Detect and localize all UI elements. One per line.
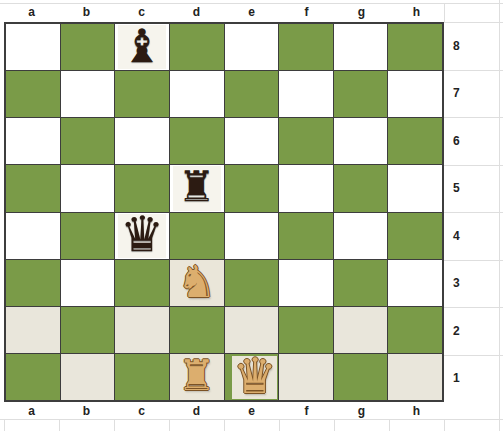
gridline xyxy=(444,3,445,22)
file-label-d: d xyxy=(169,403,224,419)
square-a7[interactable] xyxy=(6,71,60,117)
file-label-a: a xyxy=(4,3,59,21)
square-g1[interactable] xyxy=(334,354,388,400)
black-queen-icon: ♛ xyxy=(120,210,164,259)
spreadsheet-chess-diagram: abcdefgh ♝♜♛♞♜♛ 87654321 abcdefgh xyxy=(0,0,503,431)
square-d4[interactable] xyxy=(170,213,224,259)
square-g2[interactable] xyxy=(334,307,388,353)
white-knight-icon: ♞ xyxy=(177,260,216,304)
black-rook-icon: ♜ xyxy=(178,166,216,208)
rank-label-4: 4 xyxy=(444,212,503,260)
file-label-g: g xyxy=(334,3,389,21)
white-queen-icon: ♛ xyxy=(233,352,277,401)
square-h2[interactable] xyxy=(388,307,442,353)
square-h3[interactable] xyxy=(388,260,442,306)
square-d7[interactable] xyxy=(170,71,224,117)
square-e8[interactable] xyxy=(225,24,279,70)
square-f1[interactable] xyxy=(279,354,333,400)
gridline xyxy=(114,419,115,431)
square-f8[interactable] xyxy=(279,24,333,70)
piece-black-queen-c4[interactable]: ♛ xyxy=(118,214,166,258)
gridline xyxy=(334,419,335,431)
square-c6[interactable] xyxy=(115,118,169,164)
square-d3[interactable]: ♞ xyxy=(170,260,224,306)
gridline xyxy=(4,419,5,431)
gridline xyxy=(169,419,170,431)
white-rook-icon: ♜ xyxy=(178,355,216,397)
piece-black-rook-d5[interactable]: ♜ xyxy=(173,166,221,210)
gridline xyxy=(59,419,60,431)
square-b7[interactable] xyxy=(61,71,115,117)
square-f4[interactable] xyxy=(279,213,333,259)
square-d6[interactable] xyxy=(170,118,224,164)
square-e6[interactable] xyxy=(225,118,279,164)
square-e2[interactable] xyxy=(225,307,279,353)
piece-white-knight-d3[interactable]: ♞ xyxy=(170,260,224,306)
square-b4[interactable] xyxy=(61,213,115,259)
rank-label-2: 2 xyxy=(444,307,503,355)
square-b2[interactable] xyxy=(61,307,115,353)
square-h1[interactable] xyxy=(388,354,442,400)
square-d2[interactable] xyxy=(170,307,224,353)
rank-label-5: 5 xyxy=(444,165,503,213)
gridline xyxy=(224,419,225,431)
square-a8[interactable] xyxy=(6,24,60,70)
square-g8[interactable] xyxy=(334,24,388,70)
gridline xyxy=(0,419,503,420)
square-e3[interactable] xyxy=(225,260,279,306)
square-h8[interactable] xyxy=(388,24,442,70)
file-label-b: b xyxy=(59,403,114,419)
square-b5[interactable] xyxy=(61,165,115,211)
file-label-e: e xyxy=(224,403,279,419)
square-a1[interactable] xyxy=(6,354,60,400)
file-label-c: c xyxy=(114,403,169,419)
gridline xyxy=(279,419,280,431)
square-h5[interactable] xyxy=(388,165,442,211)
file-label-d: d xyxy=(169,3,224,21)
rank-label-6: 6 xyxy=(444,117,503,165)
square-e1[interactable]: ♛ xyxy=(225,354,279,400)
rank-label-3: 3 xyxy=(444,260,503,308)
square-f5[interactable] xyxy=(279,165,333,211)
square-c8[interactable]: ♝ xyxy=(115,24,169,70)
square-a3[interactable] xyxy=(6,260,60,306)
file-label-b: b xyxy=(59,3,114,21)
square-h7[interactable] xyxy=(388,71,442,117)
square-g3[interactable] xyxy=(334,260,388,306)
square-b3[interactable] xyxy=(61,260,115,306)
square-e7[interactable] xyxy=(225,71,279,117)
square-b1[interactable] xyxy=(61,354,115,400)
file-label-f: f xyxy=(279,403,334,419)
square-g6[interactable] xyxy=(334,118,388,164)
square-e4[interactable] xyxy=(225,213,279,259)
square-e5[interactable] xyxy=(225,165,279,211)
square-c2[interactable] xyxy=(115,307,169,353)
square-d8[interactable] xyxy=(170,24,224,70)
square-c7[interactable] xyxy=(115,71,169,117)
rank-label-1: 1 xyxy=(444,355,503,403)
square-c5[interactable] xyxy=(115,165,169,211)
square-a5[interactable] xyxy=(6,165,60,211)
rank-label-7: 7 xyxy=(444,70,503,118)
square-g7[interactable] xyxy=(334,71,388,117)
square-f2[interactable] xyxy=(279,307,333,353)
square-f7[interactable] xyxy=(279,71,333,117)
square-h6[interactable] xyxy=(388,118,442,164)
square-a2[interactable] xyxy=(6,307,60,353)
file-label-g: g xyxy=(334,403,389,419)
file-label-f: f xyxy=(279,3,334,21)
square-d1[interactable]: ♜ xyxy=(170,354,224,400)
square-b6[interactable] xyxy=(61,118,115,164)
rank-label-8: 8 xyxy=(444,22,503,70)
square-f6[interactable] xyxy=(279,118,333,164)
file-label-a: a xyxy=(4,403,59,419)
square-a6[interactable] xyxy=(6,118,60,164)
square-d5[interactable]: ♜ xyxy=(170,165,224,211)
piece-white-rook-d1[interactable]: ♜ xyxy=(170,354,224,400)
square-a4[interactable] xyxy=(6,213,60,259)
square-b8[interactable] xyxy=(61,24,115,70)
file-labels-top: abcdefgh xyxy=(4,3,444,21)
chess-board[interactable]: ♝♜♛♞♜♛ xyxy=(4,22,444,402)
piece-white-queen-e1[interactable]: ♛ xyxy=(232,356,277,399)
piece-black-bishop-c8[interactable]: ♝ xyxy=(118,25,166,69)
file-label-h: h xyxy=(389,3,444,21)
square-f3[interactable] xyxy=(279,260,333,306)
square-g5[interactable] xyxy=(334,165,388,211)
square-g4[interactable] xyxy=(334,213,388,259)
file-label-e: e xyxy=(224,3,279,21)
gridline xyxy=(444,419,445,431)
black-bishop-icon: ♝ xyxy=(121,23,162,69)
square-c4[interactable]: ♛ xyxy=(115,213,169,259)
square-c1[interactable] xyxy=(115,354,169,400)
rank-labels-right: 87654321 xyxy=(444,22,503,402)
square-h4[interactable] xyxy=(388,213,442,259)
file-label-h: h xyxy=(389,403,444,419)
square-c3[interactable] xyxy=(115,260,169,306)
file-labels-bottom: abcdefgh xyxy=(4,403,444,419)
file-label-c: c xyxy=(114,3,169,21)
gridline xyxy=(389,419,390,431)
